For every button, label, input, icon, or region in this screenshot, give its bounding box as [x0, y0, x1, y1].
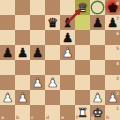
- coord-rank-1: 1: [116, 106, 119, 111]
- square-b6[interactable]: [15, 30, 30, 45]
- square-c6[interactable]: [30, 30, 45, 45]
- square-a7[interactable]: [0, 15, 15, 30]
- square-b3[interactable]: [15, 75, 30, 90]
- square-f6[interactable]: [75, 30, 90, 45]
- square-f3[interactable]: [75, 75, 90, 90]
- white-pawn-b2[interactable]: ♟: [15, 90, 30, 105]
- black-pawn-a5[interactable]: ♟: [0, 45, 15, 60]
- coord-rank-3: 3: [116, 76, 119, 81]
- square-h4[interactable]: 4: [105, 60, 120, 75]
- white-queen-f8[interactable]: ♛: [75, 0, 90, 15]
- square-a8[interactable]: [0, 0, 15, 15]
- square-a1[interactable]: a: [0, 105, 15, 120]
- coord-rank-5: 5: [116, 46, 119, 51]
- square-e4[interactable]: [60, 60, 75, 75]
- coord-rank-6: 6: [116, 31, 119, 36]
- square-g3[interactable]: [90, 75, 105, 90]
- square-h6[interactable]: 6: [105, 30, 120, 45]
- coord-rank-4: 4: [116, 61, 119, 66]
- square-h3[interactable]: 3: [105, 75, 120, 90]
- square-d1[interactable]: d: [45, 105, 60, 120]
- square-c8[interactable]: [30, 0, 45, 15]
- coord-file-e: e: [61, 115, 64, 120]
- square-e3[interactable]: [60, 75, 75, 90]
- white-pawn-a2[interactable]: ♟: [0, 90, 15, 105]
- square-g4[interactable]: [90, 60, 105, 75]
- square-d2[interactable]: [45, 90, 60, 105]
- square-e1[interactable]: e: [60, 105, 75, 120]
- coord-file-c: c: [31, 115, 34, 120]
- square-f4[interactable]: [75, 60, 90, 75]
- coord-file-h: h: [106, 115, 109, 120]
- white-king-g1[interactable]: ♚: [90, 105, 105, 120]
- square-f2[interactable]: [75, 90, 90, 105]
- square-b7[interactable]: [15, 15, 30, 30]
- black-pawn-h7[interactable]: ♟: [105, 15, 120, 30]
- square-e8[interactable]: [60, 0, 75, 15]
- square-b8[interactable]: [15, 0, 30, 15]
- square-a4[interactable]: [0, 60, 15, 75]
- chess-board: 8765432abcdefgh1♛♚♛♝♟♟♟♟♟♟♟♟♟♟♟♟♟♜♚: [0, 0, 120, 120]
- square-d4[interactable]: [45, 60, 60, 75]
- square-b4[interactable]: [15, 60, 30, 75]
- white-pawn-e5[interactable]: ♟: [60, 45, 75, 60]
- square-a3[interactable]: [0, 75, 15, 90]
- coord-file-a: a: [1, 115, 4, 120]
- square-g8[interactable]: [90, 0, 105, 15]
- square-h1[interactable]: h1: [105, 105, 120, 120]
- white-rook-f1[interactable]: ♜: [75, 105, 90, 120]
- square-c2[interactable]: [30, 90, 45, 105]
- black-queen-d7[interactable]: ♛: [45, 15, 60, 30]
- square-d8[interactable]: [45, 0, 60, 15]
- square-f7[interactable]: [75, 15, 90, 30]
- square-c7[interactable]: [30, 15, 45, 30]
- square-g6[interactable]: [90, 30, 105, 45]
- black-pawn-e6[interactable]: ♟: [60, 30, 75, 45]
- black-pawn-c5[interactable]: ♟: [30, 45, 45, 60]
- square-c1[interactable]: c: [30, 105, 45, 120]
- square-d5[interactable]: [45, 45, 60, 60]
- square-a6[interactable]: [0, 30, 15, 45]
- white-pawn-c3[interactable]: ♟: [30, 75, 45, 90]
- coord-file-d: d: [46, 115, 49, 120]
- square-g5[interactable]: [90, 45, 105, 60]
- square-h5[interactable]: 5: [105, 45, 120, 60]
- white-pawn-g2[interactable]: ♟: [90, 90, 105, 105]
- square-b1[interactable]: b: [15, 105, 30, 120]
- black-king-h8[interactable]: ♚: [105, 0, 120, 15]
- square-e2[interactable]: [60, 90, 75, 105]
- square-f5[interactable]: [75, 45, 90, 60]
- black-bishop-e7[interactable]: ♝: [60, 15, 75, 30]
- square-c4[interactable]: [30, 60, 45, 75]
- square-d6[interactable]: [45, 30, 60, 45]
- coord-file-b: b: [16, 115, 19, 120]
- black-pawn-b5[interactable]: ♟: [15, 45, 30, 60]
- black-pawn-g7[interactable]: ♟: [90, 15, 105, 30]
- white-pawn-h2[interactable]: ♟: [105, 90, 120, 105]
- white-pawn-d3[interactable]: ♟: [45, 75, 60, 90]
